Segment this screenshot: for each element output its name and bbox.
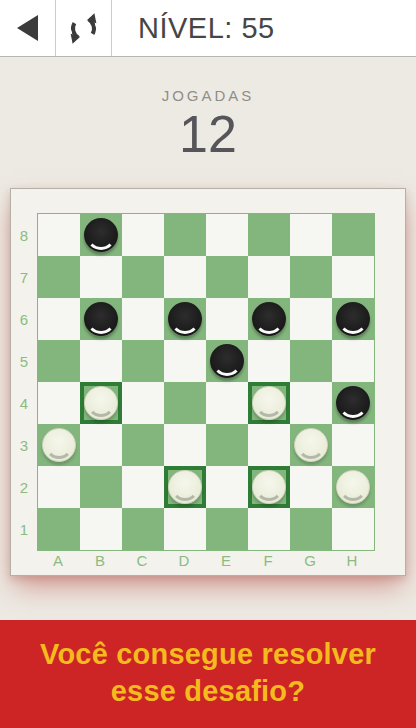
- square-f5[interactable]: [248, 340, 290, 382]
- square-h6[interactable]: [332, 298, 374, 340]
- square-g3[interactable]: [290, 424, 332, 466]
- top-bar: NÍVEL: 55: [0, 0, 416, 57]
- square-a4[interactable]: [38, 382, 80, 424]
- black-piece-f6[interactable]: [252, 302, 286, 336]
- square-d1[interactable]: [164, 508, 206, 550]
- moves-value: 12: [0, 108, 416, 160]
- rank-label-1: 1: [11, 508, 37, 550]
- square-f2[interactable]: [248, 466, 290, 508]
- square-a1[interactable]: [38, 508, 80, 550]
- square-h4[interactable]: [332, 382, 374, 424]
- square-b2[interactable]: [80, 466, 122, 508]
- level-title: NÍVEL: 55: [112, 0, 275, 56]
- file-label-e: E: [205, 553, 247, 569]
- square-g2[interactable]: [290, 466, 332, 508]
- square-e4[interactable]: [206, 382, 248, 424]
- rank-label-7: 7: [11, 256, 37, 298]
- square-e5[interactable]: [206, 340, 248, 382]
- moves-label: JOGADAS: [0, 87, 416, 104]
- square-b6[interactable]: [80, 298, 122, 340]
- square-b7[interactable]: [80, 256, 122, 298]
- file-label-a: A: [37, 553, 79, 569]
- refresh-icon: [70, 15, 97, 42]
- square-g1[interactable]: [290, 508, 332, 550]
- square-f4[interactable]: [248, 382, 290, 424]
- square-b4[interactable]: [80, 382, 122, 424]
- white-piece-a3[interactable]: [42, 428, 76, 462]
- back-icon: [17, 15, 38, 41]
- square-d6[interactable]: [164, 298, 206, 340]
- black-piece-h4[interactable]: [336, 386, 370, 420]
- square-b1[interactable]: [80, 508, 122, 550]
- square-e7[interactable]: [206, 256, 248, 298]
- black-piece-d6[interactable]: [168, 302, 202, 336]
- file-label-d: D: [163, 553, 205, 569]
- white-piece-h2[interactable]: [336, 470, 370, 504]
- moves-counter: JOGADAS 12: [0, 87, 416, 160]
- file-label-f: F: [247, 553, 289, 569]
- square-h2[interactable]: [332, 466, 374, 508]
- square-d4[interactable]: [164, 382, 206, 424]
- square-c6[interactable]: [122, 298, 164, 340]
- white-piece-f2[interactable]: [252, 470, 286, 504]
- square-d7[interactable]: [164, 256, 206, 298]
- black-piece-h6[interactable]: [336, 302, 370, 336]
- square-c2[interactable]: [122, 466, 164, 508]
- square-g7[interactable]: [290, 256, 332, 298]
- square-c5[interactable]: [122, 340, 164, 382]
- white-piece-f4[interactable]: [252, 386, 286, 420]
- square-g5[interactable]: [290, 340, 332, 382]
- file-label-g: G: [289, 553, 331, 569]
- square-d2[interactable]: [164, 466, 206, 508]
- square-c7[interactable]: [122, 256, 164, 298]
- square-d8[interactable]: [164, 214, 206, 256]
- rank-labels: 87654321: [11, 213, 37, 551]
- file-label-h: H: [331, 553, 373, 569]
- square-a6[interactable]: [38, 298, 80, 340]
- square-d5[interactable]: [164, 340, 206, 382]
- square-c3[interactable]: [122, 424, 164, 466]
- rank-label-6: 6: [11, 298, 37, 340]
- checkers-board: 87654321 ABCDEFGH: [10, 188, 406, 576]
- square-h1[interactable]: [332, 508, 374, 550]
- square-a5[interactable]: [38, 340, 80, 382]
- square-a2[interactable]: [38, 466, 80, 508]
- square-f6[interactable]: [248, 298, 290, 340]
- square-h8[interactable]: [332, 214, 374, 256]
- square-g8[interactable]: [290, 214, 332, 256]
- black-piece-b6[interactable]: [84, 302, 118, 336]
- rank-label-5: 5: [11, 340, 37, 382]
- square-b3[interactable]: [80, 424, 122, 466]
- restart-button[interactable]: [56, 0, 112, 56]
- rank-label-4: 4: [11, 382, 37, 424]
- square-c1[interactable]: [122, 508, 164, 550]
- square-f8[interactable]: [248, 214, 290, 256]
- square-c4[interactable]: [122, 382, 164, 424]
- white-piece-g3[interactable]: [294, 428, 328, 462]
- square-e2[interactable]: [206, 466, 248, 508]
- square-b8[interactable]: [80, 214, 122, 256]
- square-e1[interactable]: [206, 508, 248, 550]
- banner-text-line1: Você consegue resolver: [0, 636, 416, 673]
- square-f1[interactable]: [248, 508, 290, 550]
- square-g4[interactable]: [290, 382, 332, 424]
- file-labels: ABCDEFGH: [37, 553, 405, 569]
- rank-label-8: 8: [11, 214, 37, 256]
- black-piece-e5[interactable]: [210, 344, 244, 378]
- square-e3[interactable]: [206, 424, 248, 466]
- square-h5[interactable]: [332, 340, 374, 382]
- square-a8[interactable]: [38, 214, 80, 256]
- white-piece-d2[interactable]: [168, 470, 202, 504]
- square-f7[interactable]: [248, 256, 290, 298]
- back-button[interactable]: [0, 0, 56, 56]
- white-piece-b4[interactable]: [84, 386, 118, 420]
- square-e6[interactable]: [206, 298, 248, 340]
- square-a3[interactable]: [38, 424, 80, 466]
- file-label-c: C: [121, 553, 163, 569]
- square-a7[interactable]: [38, 256, 80, 298]
- square-g6[interactable]: [290, 298, 332, 340]
- square-f3[interactable]: [248, 424, 290, 466]
- file-label-b: B: [79, 553, 121, 569]
- black-piece-b8[interactable]: [84, 218, 118, 252]
- rank-label-2: 2: [11, 466, 37, 508]
- square-h3[interactable]: [332, 424, 374, 466]
- square-b5[interactable]: [80, 340, 122, 382]
- square-d3[interactable]: [164, 424, 206, 466]
- rank-label-3: 3: [11, 424, 37, 466]
- banner-text-line2: esse desafio?: [0, 673, 416, 710]
- square-h7[interactable]: [332, 256, 374, 298]
- board-grid: [37, 213, 375, 551]
- square-e8[interactable]: [206, 214, 248, 256]
- challenge-banner: Você consegue resolver esse desafio?: [0, 620, 416, 728]
- square-c8[interactable]: [122, 214, 164, 256]
